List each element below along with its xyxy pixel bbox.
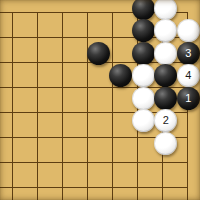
move-number-label: 2 [163, 115, 169, 126]
move-1-stone-black: 1 [177, 87, 200, 110]
stone-white [154, 132, 177, 155]
stone-white [154, 0, 177, 20]
move-number-label: 3 [185, 48, 191, 59]
stone-black [132, 19, 155, 42]
grid-vline [112, 12, 114, 200]
move-number-label: 4 [185, 70, 191, 81]
stone-white [132, 109, 155, 132]
stone-black [154, 64, 177, 87]
move-2-stone-white: 2 [154, 109, 177, 132]
stone-white [154, 42, 177, 65]
go-board[interactable]: 3412 [0, 0, 200, 200]
stone-black [87, 42, 110, 65]
grid-hline [0, 187, 188, 189]
stone-black [132, 42, 155, 65]
grid-vline [12, 12, 14, 200]
move-number-label: 1 [185, 93, 191, 104]
stone-black [132, 0, 155, 20]
grid-vline [37, 12, 39, 200]
stone-white [132, 87, 155, 110]
stone-black [154, 87, 177, 110]
stone-white [132, 64, 155, 87]
grid-vline [62, 12, 64, 200]
grid-vline [87, 12, 89, 200]
stone-white [154, 19, 177, 42]
move-3-stone-black: 3 [177, 42, 200, 65]
stone-black [109, 64, 132, 87]
grid-hline [0, 162, 188, 164]
stone-white [177, 19, 200, 42]
move-4-stone-white: 4 [177, 64, 200, 87]
